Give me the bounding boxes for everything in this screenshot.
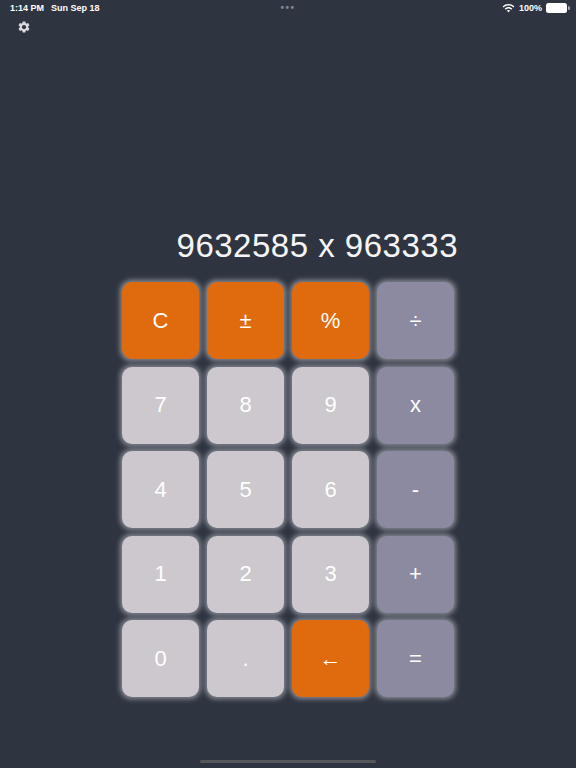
key-8[interactable]: 8 (207, 367, 284, 444)
key-7[interactable]: 7 (122, 367, 199, 444)
status-bar: 1:14 PM Sun Sep 18 ••• 100% (0, 0, 576, 16)
key-multiply[interactable]: x (377, 367, 454, 444)
battery-icon (546, 3, 567, 13)
battery-percent-label: 100% (519, 3, 542, 13)
key-9[interactable]: 9 (292, 367, 369, 444)
key-add[interactable]: + (377, 536, 454, 613)
gear-icon (17, 20, 31, 34)
key-1[interactable]: 1 (122, 536, 199, 613)
status-center-dots: ••• (0, 2, 576, 13)
key-6[interactable]: 6 (292, 451, 369, 528)
status-indicators: 100% (502, 3, 567, 13)
home-indicator[interactable] (200, 760, 376, 764)
key-3[interactable]: 3 (292, 536, 369, 613)
wifi-icon (502, 3, 515, 13)
key-backspace[interactable]: ← (292, 620, 369, 697)
key-clear[interactable]: C (122, 282, 199, 359)
key-0[interactable]: 0 (122, 620, 199, 697)
settings-button[interactable] (17, 20, 31, 34)
calculator-display: 9632585 x 963333 (0, 226, 458, 266)
key-5[interactable]: 5 (207, 451, 284, 528)
key-4[interactable]: 4 (122, 451, 199, 528)
key-2[interactable]: 2 (207, 536, 284, 613)
key-divide[interactable]: ÷ (377, 282, 454, 359)
key-percent[interactable]: % (292, 282, 369, 359)
key-subtract[interactable]: - (377, 451, 454, 528)
key-equals[interactable]: = (377, 620, 454, 697)
key-plus-minus[interactable]: ± (207, 282, 284, 359)
key-decimal[interactable]: . (207, 620, 284, 697)
calculator-keypad: C ± % ÷ 7 8 9 x 4 5 6 - 1 2 3 + 0 . ← = (122, 282, 454, 697)
